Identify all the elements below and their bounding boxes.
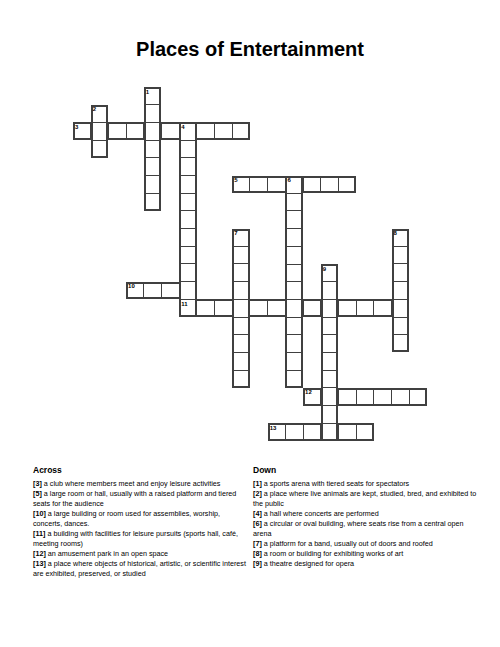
cell-divider: [234, 281, 248, 282]
cell-divider: [181, 281, 195, 282]
clue-item: [11] a building with facilities for leis…: [33, 529, 251, 549]
cell-divider: [234, 334, 248, 335]
clue-text: a large room or hall, usually with a rai…: [33, 489, 236, 508]
cell-divider: [181, 228, 195, 229]
clue-item: [2] a place where live animals are kept,…: [253, 489, 477, 509]
cell-divider: [146, 193, 160, 194]
clue-number: [5]: [33, 489, 42, 498]
cell-divider: [232, 124, 233, 138]
cell-divider: [323, 423, 337, 424]
clue-text: a room or building for exhibiting works …: [262, 549, 403, 558]
clue-number: [7]: [253, 539, 262, 548]
cell-divider: [287, 264, 301, 265]
clue-item: [13] a place where objects of historical…: [33, 559, 251, 579]
cell-divider: [146, 140, 160, 141]
entry-8-down: [392, 229, 410, 353]
cell-divider: [394, 317, 408, 318]
cell-divider: [181, 175, 195, 176]
clue-number: [2]: [253, 489, 262, 498]
cell-divider: [323, 405, 337, 406]
cell-number-12: 12: [305, 389, 312, 395]
clue-text: a circular or oval building, where seats…: [253, 519, 464, 538]
cell-divider: [285, 425, 286, 439]
cell-divider: [287, 210, 301, 211]
crossword-board: 12345678910111213: [73, 87, 428, 442]
clue-item: [4] a hall where concerts are performed: [253, 509, 477, 519]
crossword-worksheet: { "title": "Places of Entertainment", "g…: [0, 0, 500, 647]
clue-text: a sports arena with tiered seats for spe…: [262, 479, 409, 488]
across-clue-list: [3] a club where members meet and enjoy …: [33, 479, 251, 579]
entry-9-down: [321, 264, 339, 441]
cell-number-13: 13: [270, 425, 277, 431]
clue-text: a hall where concerts are performed: [262, 509, 379, 518]
cell-divider: [249, 178, 250, 192]
entry-7-down: [232, 229, 250, 388]
cell-divider: [323, 370, 337, 371]
clue-text: an amusement park in an open space: [46, 549, 168, 558]
cell-divider: [234, 370, 248, 371]
cell-divider: [146, 175, 160, 176]
cell-divider: [287, 370, 301, 371]
cell-divider: [126, 124, 127, 138]
clue-text: a place where live animals are kept, stu…: [253, 489, 476, 508]
cell-divider: [234, 299, 248, 300]
clue-text: a club where members meet and enjoy leis…: [42, 479, 221, 488]
cell-number-6: 6: [287, 177, 290, 183]
cell-divider: [143, 284, 144, 298]
cell-divider: [214, 301, 215, 315]
cell-divider: [181, 140, 195, 141]
cell-divider: [394, 281, 408, 282]
cell-number-9: 9: [323, 266, 326, 272]
clue-number: [3]: [33, 479, 42, 488]
cell-number-11: 11: [181, 301, 187, 307]
cell-divider: [181, 210, 195, 211]
cell-divider: [161, 284, 162, 298]
cell-divider: [391, 390, 392, 404]
clue-text: a theatre designed for opera: [262, 559, 354, 568]
entry-2-down: [91, 105, 109, 158]
clue-number: [11]: [33, 529, 45, 538]
clue-number: [12]: [33, 549, 46, 558]
clue-text: a platform for a band, usually out of do…: [262, 539, 433, 548]
cell-divider: [338, 178, 339, 192]
clue-number: [6]: [253, 519, 262, 528]
clue-item: [8] a room or building for exhibiting wo…: [253, 549, 477, 559]
cell-divider: [146, 122, 160, 123]
cell-divider: [287, 246, 301, 247]
down-heading: Down: [253, 465, 477, 476]
cell-number-8: 8: [394, 230, 397, 236]
cell-divider: [287, 334, 301, 335]
cell-number-5: 5: [234, 177, 237, 183]
cell-divider: [323, 299, 337, 300]
cell-divider: [93, 122, 107, 123]
entry-4-down: [179, 122, 197, 317]
cell-divider: [356, 301, 357, 315]
entry-6-down: [285, 176, 303, 388]
cell-divider: [181, 299, 195, 300]
cell-number-7: 7: [234, 230, 237, 236]
cell-divider: [303, 425, 304, 439]
cell-divider: [267, 178, 268, 192]
clue-item: [6] a circular or oval building, where s…: [253, 519, 477, 539]
cell-divider: [234, 352, 248, 353]
entry-1-down: [144, 87, 162, 211]
clue-text: a place where objects of historical, art…: [33, 559, 246, 578]
cell-divider: [356, 390, 357, 404]
cell-divider: [373, 301, 374, 315]
clue-item: [3] a club where members meet and enjoy …: [33, 479, 251, 489]
clue-item: [9] a theatre designed for opera: [253, 559, 477, 569]
cell-divider: [234, 246, 248, 247]
clue-item: [5] a large room or hall, usually with a…: [33, 489, 251, 509]
cell-divider: [356, 425, 357, 439]
down-clues: Down [1] a sports arena with tiered seat…: [253, 465, 477, 569]
cell-number-10: 10: [128, 283, 135, 289]
cell-divider: [323, 352, 337, 353]
clue-number: [10]: [33, 509, 46, 518]
cell-divider: [181, 263, 195, 264]
clue-item: [12] an amusement park in an open space: [33, 549, 251, 559]
clue-item: [1] a sports arena with tiered seats for…: [253, 479, 477, 489]
cell-divider: [287, 281, 301, 282]
clue-text: a large building or room used for assemb…: [33, 509, 220, 528]
down-clue-list: [1] a sports arena with tiered seats for…: [253, 479, 477, 569]
clue-item: [10] a large building or room used for a…: [33, 509, 251, 529]
clue-number: [1]: [253, 479, 262, 488]
cell-number-3: 3: [75, 124, 78, 130]
clue-item: [7] a platform for a band, usually out o…: [253, 539, 477, 549]
cell-divider: [181, 193, 195, 194]
across-heading: Across: [33, 465, 251, 476]
across-clues: Across [3] a club where members meet and…: [33, 465, 251, 579]
cell-divider: [234, 317, 248, 318]
clue-number: [4]: [253, 509, 262, 518]
cell-divider: [267, 301, 268, 315]
clue-number: [13]: [33, 559, 46, 568]
cell-divider: [394, 334, 408, 335]
cell-divider: [287, 317, 301, 318]
cell-divider: [323, 387, 337, 388]
cell-divider: [287, 352, 301, 353]
cell-number-2: 2: [93, 106, 96, 112]
cell-divider: [146, 104, 160, 105]
cell-divider: [323, 317, 337, 318]
cell-divider: [93, 140, 107, 141]
cell-divider: [214, 124, 215, 138]
cell-divider: [409, 390, 410, 404]
cell-number-4: 4: [181, 124, 184, 130]
clue-text: a building with facilities for leisure p…: [33, 529, 238, 548]
cell-divider: [287, 228, 301, 229]
cell-number-1: 1: [146, 89, 149, 95]
cell-divider: [234, 263, 248, 264]
cell-divider: [394, 246, 408, 247]
cell-divider: [181, 157, 195, 158]
puzzle-title: Places of Entertainment: [0, 36, 500, 63]
cell-divider: [394, 263, 408, 264]
cell-divider: [373, 390, 374, 404]
cell-divider: [323, 334, 337, 335]
cell-divider: [394, 299, 408, 300]
cell-divider: [287, 193, 301, 194]
cell-divider: [181, 246, 195, 247]
cell-divider: [323, 281, 337, 282]
cell-divider: [146, 157, 160, 158]
cell-divider: [287, 299, 301, 300]
cell-divider: [320, 178, 321, 192]
clue-number: [8]: [253, 549, 262, 558]
clue-number: [9]: [253, 559, 262, 568]
